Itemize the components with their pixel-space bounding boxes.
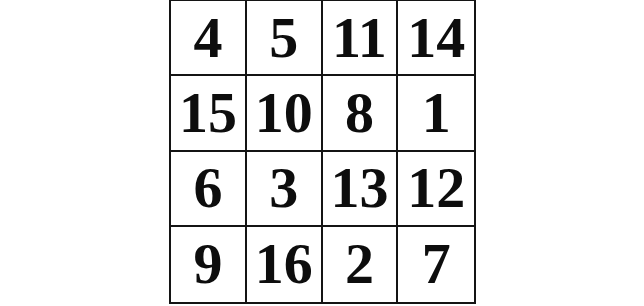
cell-r3c4: 12	[398, 152, 474, 227]
cell-r1c2: 5	[247, 1, 323, 76]
cell-r2c4: 1	[398, 76, 474, 151]
cell-r3c1: 6	[171, 152, 247, 227]
cell-r4c1: 9	[171, 227, 247, 302]
magic-square-board: 4 5 11 14 15 10 8 1 6 3 13 12 9 16 2 7	[169, 0, 476, 304]
cell-r1c3: 11	[323, 1, 399, 76]
cell-r2c2: 10	[247, 76, 323, 151]
cell-r1c4: 14	[398, 1, 474, 76]
cell-r2c3: 8	[323, 76, 399, 151]
cell-r2c1: 15	[171, 76, 247, 151]
cell-r1c1: 4	[171, 1, 247, 76]
cell-r3c2: 3	[247, 152, 323, 227]
cell-r3c3: 13	[323, 152, 399, 227]
cell-r4c4: 7	[398, 227, 474, 302]
cell-r4c2: 16	[247, 227, 323, 302]
magic-square-diagram: 4 5 11 14 15 10 8 1 6 3 13 12 9 16 2 7	[0, 0, 644, 306]
cell-r4c3: 2	[323, 227, 399, 302]
